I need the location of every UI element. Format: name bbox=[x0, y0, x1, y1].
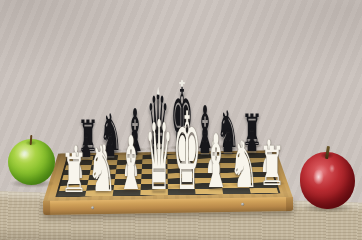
red-apple bbox=[300, 152, 355, 209]
piece-wq-d1[interactable]: ♛ bbox=[145, 108, 173, 204]
red-apple-highlight-2 bbox=[329, 164, 335, 173]
red-apple-highlight bbox=[313, 169, 324, 185]
piece-wb-f1[interactable]: ♝ bbox=[202, 125, 229, 199]
piece-wn-b1[interactable]: ♞ bbox=[88, 137, 117, 200]
piece-wr-h1[interactable]: ♜ bbox=[259, 139, 285, 193]
green-apple bbox=[8, 139, 55, 185]
piece-wr-a1[interactable]: ♜ bbox=[61, 146, 87, 200]
piece-wk-e1[interactable]: ♚ bbox=[173, 98, 201, 206]
piece-wb-c1[interactable]: ♝ bbox=[117, 127, 144, 201]
piece-wn-g1[interactable]: ♞ bbox=[229, 132, 258, 195]
scene: ♜♞♝♛♚♝♞♜♟♟♟♟♟♟♟♟♟♟♟♟♟♟♟♟♜♞♝♛♚♝♞♜ bbox=[0, 0, 362, 240]
green-apple-highlight bbox=[18, 150, 30, 160]
